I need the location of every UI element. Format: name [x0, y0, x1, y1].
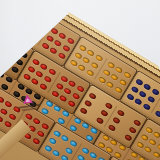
pip — [110, 73, 119, 81]
pip — [8, 112, 17, 120]
pip — [128, 126, 137, 134]
pip — [66, 37, 75, 45]
pip — [36, 129, 45, 137]
pip — [58, 32, 67, 40]
pip — [112, 116, 121, 124]
pip — [31, 77, 40, 85]
pip — [78, 44, 87, 52]
pip — [106, 80, 115, 88]
pip — [152, 150, 160, 158]
pip — [144, 145, 153, 153]
pip — [118, 78, 127, 86]
pip — [41, 42, 50, 50]
pip — [43, 75, 52, 83]
pip — [154, 110, 160, 118]
pip — [134, 97, 143, 105]
pip — [95, 116, 104, 124]
pip — [123, 71, 132, 79]
pip — [60, 75, 69, 83]
pip — [133, 118, 142, 126]
pip — [46, 34, 55, 42]
pip — [139, 90, 148, 98]
pip — [95, 54, 104, 62]
pip — [136, 140, 145, 148]
pip — [82, 56, 91, 64]
pip — [59, 94, 68, 102]
photo-stage — [0, 0, 160, 160]
pip — [135, 78, 144, 86]
pip — [48, 137, 57, 145]
pip — [86, 68, 95, 76]
pip — [64, 146, 73, 154]
pip — [24, 112, 33, 120]
pip — [61, 134, 70, 142]
pip — [11, 65, 20, 73]
pip — [55, 82, 64, 90]
pip — [44, 144, 53, 152]
pip — [35, 70, 44, 78]
pip — [151, 88, 160, 96]
pip — [100, 109, 109, 117]
pip — [98, 76, 107, 84]
pip — [0, 95, 5, 103]
pip — [69, 59, 78, 67]
pip — [74, 51, 83, 59]
pip — [147, 95, 156, 103]
pip — [116, 109, 125, 117]
pip — [107, 123, 116, 131]
pip — [130, 85, 139, 93]
pip — [126, 93, 135, 101]
pip — [69, 139, 78, 147]
pip — [86, 49, 95, 57]
pip — [81, 146, 90, 154]
pip — [145, 126, 154, 134]
pip — [32, 117, 41, 125]
pip — [78, 63, 87, 71]
pip — [40, 62, 49, 70]
pip — [102, 68, 111, 76]
pip — [53, 129, 62, 137]
pip — [62, 44, 71, 52]
pip — [114, 85, 123, 93]
pip — [76, 154, 85, 160]
pip — [27, 65, 36, 73]
pip — [79, 106, 88, 114]
pip — [76, 84, 85, 92]
pip — [63, 87, 72, 95]
pip — [0, 115, 4, 123]
pip — [159, 102, 160, 110]
pip — [84, 99, 93, 107]
pip — [89, 151, 98, 159]
pip — [67, 99, 76, 107]
pip — [52, 149, 61, 157]
pip — [97, 156, 106, 160]
pip — [32, 137, 41, 145]
pip — [125, 158, 134, 160]
pip — [4, 100, 13, 108]
pip — [124, 133, 133, 141]
pip — [104, 101, 113, 109]
pip — [140, 133, 149, 141]
pip — [49, 46, 58, 54]
pip — [51, 89, 60, 97]
pip — [54, 39, 63, 47]
pip — [31, 58, 40, 66]
pip — [0, 107, 8, 115]
pip — [88, 92, 97, 100]
pip — [41, 122, 50, 130]
pip — [3, 120, 12, 128]
pip — [143, 83, 152, 91]
pip — [39, 82, 48, 90]
pip — [90, 61, 99, 69]
pip — [142, 102, 151, 110]
pip — [60, 154, 69, 160]
pip — [72, 92, 81, 100]
pip — [48, 67, 57, 75]
pip — [23, 72, 32, 80]
pip — [68, 79, 77, 87]
pip — [156, 143, 160, 151]
pip — [107, 61, 116, 69]
pip — [148, 138, 157, 146]
pip — [57, 51, 66, 59]
pip — [153, 130, 160, 138]
pip — [115, 66, 124, 74]
